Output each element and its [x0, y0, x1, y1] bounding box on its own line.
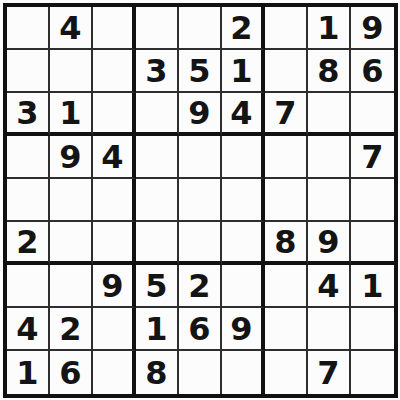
cell-r2c5[interactable]: 5	[179, 50, 222, 93]
cell-r7c4[interactable]: 5	[136, 265, 179, 308]
cell-r7c5[interactable]: 2	[179, 265, 222, 308]
cell-r8c9[interactable]	[351, 308, 394, 351]
cell-r6c9[interactable]	[351, 222, 394, 265]
cell-r5c3[interactable]	[93, 179, 136, 222]
cell-r5c6[interactable]	[222, 179, 265, 222]
cell-r2c3[interactable]	[93, 50, 136, 93]
cell-r2c9[interactable]: 6	[351, 50, 394, 93]
cell-r5c2[interactable]	[50, 179, 93, 222]
cell-r4c2[interactable]: 9	[50, 136, 93, 179]
cell-r4c3[interactable]: 4	[93, 136, 136, 179]
cell-r7c3[interactable]: 9	[93, 265, 136, 308]
cell-r7c2[interactable]	[50, 265, 93, 308]
cell-r1c3[interactable]	[93, 7, 136, 50]
cell-r1c4[interactable]	[136, 7, 179, 50]
cell-r2c1[interactable]	[7, 50, 50, 93]
cell-r1c1[interactable]	[7, 7, 50, 50]
cell-r6c6[interactable]	[222, 222, 265, 265]
cell-r2c8[interactable]: 8	[308, 50, 351, 93]
cell-r4c6[interactable]	[222, 136, 265, 179]
cell-r3c1[interactable]: 3	[7, 93, 50, 136]
cell-r8c7[interactable]	[265, 308, 308, 351]
cell-r1c8[interactable]: 1	[308, 7, 351, 50]
cell-r9c1[interactable]: 1	[7, 351, 50, 394]
cell-r5c8[interactable]	[308, 179, 351, 222]
cell-r6c4[interactable]	[136, 222, 179, 265]
sudoku-page: 4219351863194794728995241421691687	[0, 0, 400, 400]
cell-r1c7[interactable]	[265, 7, 308, 50]
cell-r7c9[interactable]: 1	[351, 265, 394, 308]
cell-r3c2[interactable]: 1	[50, 93, 93, 136]
cell-r7c8[interactable]: 4	[308, 265, 351, 308]
cell-r6c2[interactable]	[50, 222, 93, 265]
cell-r4c8[interactable]	[308, 136, 351, 179]
cell-r6c7[interactable]: 8	[265, 222, 308, 265]
cell-r3c5[interactable]: 9	[179, 93, 222, 136]
cell-r3c6[interactable]: 4	[222, 93, 265, 136]
cell-r4c5[interactable]	[179, 136, 222, 179]
sudoku-board: 4219351863194794728995241421691687	[3, 3, 398, 398]
cell-r3c7[interactable]: 7	[265, 93, 308, 136]
cell-r5c7[interactable]	[265, 179, 308, 222]
cell-r5c5[interactable]	[179, 179, 222, 222]
cell-r6c3[interactable]	[93, 222, 136, 265]
cell-r1c9[interactable]: 9	[351, 7, 394, 50]
cell-r9c2[interactable]: 6	[50, 351, 93, 394]
cell-r5c9[interactable]	[351, 179, 394, 222]
cell-r2c7[interactable]	[265, 50, 308, 93]
cell-r4c4[interactable]	[136, 136, 179, 179]
cell-r9c4[interactable]: 8	[136, 351, 179, 394]
cell-r9c8[interactable]: 7	[308, 351, 351, 394]
cell-r4c9[interactable]: 7	[351, 136, 394, 179]
cell-r8c6[interactable]: 9	[222, 308, 265, 351]
cell-r8c5[interactable]: 6	[179, 308, 222, 351]
cell-r1c5[interactable]	[179, 7, 222, 50]
cell-r9c7[interactable]	[265, 351, 308, 394]
cell-r3c3[interactable]	[93, 93, 136, 136]
cell-r7c6[interactable]	[222, 265, 265, 308]
cell-r9c3[interactable]	[93, 351, 136, 394]
cell-r3c4[interactable]	[136, 93, 179, 136]
cell-r9c5[interactable]	[179, 351, 222, 394]
cell-r5c1[interactable]	[7, 179, 50, 222]
cell-r3c9[interactable]	[351, 93, 394, 136]
cell-r5c4[interactable]	[136, 179, 179, 222]
cell-r8c4[interactable]: 1	[136, 308, 179, 351]
cell-r1c6[interactable]: 2	[222, 7, 265, 50]
cell-r6c1[interactable]: 2	[7, 222, 50, 265]
cell-r8c1[interactable]: 4	[7, 308, 50, 351]
cell-r1c2[interactable]: 4	[50, 7, 93, 50]
cell-r7c7[interactable]	[265, 265, 308, 308]
cell-r9c6[interactable]	[222, 351, 265, 394]
cell-r8c8[interactable]	[308, 308, 351, 351]
cell-r9c9[interactable]	[351, 351, 394, 394]
cell-r4c1[interactable]	[7, 136, 50, 179]
cell-r7c1[interactable]	[7, 265, 50, 308]
cell-r8c2[interactable]: 2	[50, 308, 93, 351]
cell-r6c8[interactable]: 9	[308, 222, 351, 265]
cell-r6c5[interactable]	[179, 222, 222, 265]
cell-r4c7[interactable]	[265, 136, 308, 179]
cell-r8c3[interactable]	[93, 308, 136, 351]
cell-r2c2[interactable]	[50, 50, 93, 93]
cell-r3c8[interactable]	[308, 93, 351, 136]
cell-r2c4[interactable]: 3	[136, 50, 179, 93]
cell-r2c6[interactable]: 1	[222, 50, 265, 93]
